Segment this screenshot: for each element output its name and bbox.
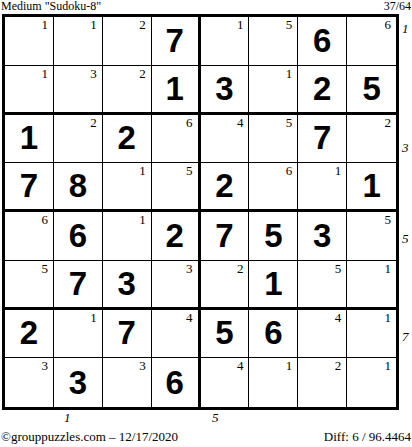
cell-r4c5[interactable]: 2 bbox=[201, 163, 250, 212]
pencil-mark: 1 bbox=[335, 163, 342, 178]
cell-r1c5[interactable]: 1 bbox=[201, 17, 250, 66]
remaining-counter: 37/64 bbox=[384, 0, 411, 13]
pencil-mark: 5 bbox=[286, 17, 293, 32]
cell-r1c6[interactable]: 5 bbox=[249, 17, 298, 66]
big-digit: 7 bbox=[201, 212, 249, 260]
pencil-mark: 3 bbox=[41, 358, 48, 373]
cell-r2c3[interactable]: 2 bbox=[103, 66, 152, 115]
cell-r3c4[interactable]: 6 bbox=[152, 115, 201, 164]
pencil-mark: 1 bbox=[286, 66, 293, 81]
cell-r7c3[interactable]: 7 bbox=[103, 310, 152, 359]
pencil-mark: 1 bbox=[385, 358, 392, 373]
cell-r7c6[interactable]: 6 bbox=[249, 310, 298, 359]
row-label-3: 3 bbox=[402, 141, 412, 155]
cell-r5c2[interactable]: 6 bbox=[54, 212, 103, 261]
pencil-mark: 4 bbox=[186, 310, 193, 325]
cell-r8c4[interactable]: 6 bbox=[152, 358, 201, 407]
cell-r2c5[interactable]: 3 bbox=[201, 66, 250, 115]
cell-r2c6[interactable]: 1 bbox=[249, 66, 298, 115]
pencil-mark: 5 bbox=[335, 261, 342, 276]
cell-r1c4[interactable]: 7 bbox=[152, 17, 201, 66]
big-digit: 3 bbox=[103, 261, 151, 307]
cell-r7c7[interactable]: 4 bbox=[298, 310, 347, 359]
cell-r8c1[interactable]: 3 bbox=[5, 358, 54, 407]
pencil-mark: 4 bbox=[335, 310, 342, 325]
col-label-1: 1 bbox=[64, 411, 71, 425]
cell-r4c8[interactable]: 1 bbox=[347, 163, 396, 212]
cell-r5c5[interactable]: 7 bbox=[201, 212, 250, 261]
pencil-mark: 2 bbox=[90, 115, 97, 130]
big-digit: 7 bbox=[298, 115, 346, 163]
cell-r7c4[interactable]: 4 bbox=[152, 310, 201, 359]
cell-r8c7[interactable]: 2 bbox=[298, 358, 347, 407]
cell-r3c6[interactable]: 5 bbox=[249, 115, 298, 164]
cell-r8c8[interactable]: 1 bbox=[347, 358, 396, 407]
cell-r6c5[interactable]: 2 bbox=[201, 261, 250, 310]
cell-r6c7[interactable]: 5 bbox=[298, 261, 347, 310]
big-digit: 7 bbox=[103, 310, 151, 358]
cell-r6c6[interactable]: 1 bbox=[249, 261, 298, 310]
cell-r3c2[interactable]: 2 bbox=[54, 115, 103, 164]
big-digit: 1 bbox=[5, 115, 53, 163]
pencil-mark: 1 bbox=[237, 17, 244, 32]
big-digit: 3 bbox=[54, 358, 102, 407]
cell-r8c2[interactable]: 3 bbox=[54, 358, 103, 407]
cell-r1c3[interactable]: 2 bbox=[103, 17, 152, 66]
row-label-1: 1 bbox=[402, 22, 412, 36]
pencil-mark: 4 bbox=[237, 115, 244, 130]
cell-r4c4[interactable]: 5 bbox=[152, 163, 201, 212]
pencil-mark: 1 bbox=[385, 310, 392, 325]
cell-r6c8[interactable]: 1 bbox=[347, 261, 396, 310]
cell-r1c2[interactable]: 1 bbox=[54, 17, 103, 66]
cell-r4c1[interactable]: 7 bbox=[5, 163, 54, 212]
row-label-7: 7 bbox=[402, 330, 412, 344]
sudoku-page: Medium "Sudoku-8" 37/64 1127156613213125… bbox=[0, 0, 412, 447]
pencil-mark: 1 bbox=[139, 163, 146, 178]
cell-r5c1[interactable]: 6 bbox=[5, 212, 54, 261]
difficulty-text: Diff: 6 / 96.4464 bbox=[324, 429, 411, 444]
cell-r3c7[interactable]: 7 bbox=[298, 115, 347, 164]
pencil-mark: 6 bbox=[385, 17, 392, 32]
cell-r2c7[interactable]: 2 bbox=[298, 66, 347, 115]
big-digit: 1 bbox=[249, 261, 297, 307]
page-title: Medium "Sudoku-8" bbox=[1, 0, 101, 13]
pencil-mark: 5 bbox=[41, 261, 48, 276]
big-digit: 7 bbox=[5, 163, 53, 209]
pencil-mark: 5 bbox=[385, 212, 392, 227]
cell-r1c7[interactable]: 6 bbox=[298, 17, 347, 66]
pencil-mark: 6 bbox=[41, 212, 48, 227]
cell-r7c8[interactable]: 1 bbox=[347, 310, 396, 359]
cell-r5c6[interactable]: 5 bbox=[249, 212, 298, 261]
big-digit: 5 bbox=[249, 212, 297, 260]
cell-r8c3[interactable]: 3 bbox=[103, 358, 152, 407]
pencil-mark: 3 bbox=[139, 358, 146, 373]
cell-r5c7[interactable]: 3 bbox=[298, 212, 347, 261]
big-digit: 2 bbox=[298, 66, 346, 112]
big-digit: 1 bbox=[152, 66, 198, 112]
cell-r2c2[interactable]: 3 bbox=[54, 66, 103, 115]
big-digit: 8 bbox=[54, 163, 102, 209]
pencil-mark: 1 bbox=[41, 66, 48, 81]
cell-r4c6[interactable]: 6 bbox=[249, 163, 298, 212]
cell-r1c1[interactable]: 1 bbox=[5, 17, 54, 66]
big-digit: 7 bbox=[54, 261, 102, 307]
cell-r4c7[interactable]: 1 bbox=[298, 163, 347, 212]
pencil-mark: 2 bbox=[139, 66, 146, 81]
cell-r5c3[interactable]: 1 bbox=[103, 212, 152, 261]
big-digit: 2 bbox=[152, 212, 198, 260]
cell-r7c1[interactable]: 2 bbox=[5, 310, 54, 359]
big-digit: 5 bbox=[347, 66, 396, 112]
big-digit: 3 bbox=[298, 212, 346, 260]
big-digit: 6 bbox=[249, 310, 297, 358]
cell-r7c5[interactable]: 5 bbox=[201, 310, 250, 359]
pencil-mark: 5 bbox=[286, 115, 293, 130]
cell-r3c1[interactable]: 1 bbox=[5, 115, 54, 164]
pencil-mark: 2 bbox=[385, 115, 392, 130]
pencil-mark: 2 bbox=[335, 358, 342, 373]
cell-r7c2[interactable]: 1 bbox=[54, 310, 103, 359]
big-digit: 5 bbox=[201, 310, 249, 358]
cell-r1c8[interactable]: 6 bbox=[347, 17, 396, 66]
cell-r4c3[interactable]: 1 bbox=[103, 163, 152, 212]
pencil-mark: 6 bbox=[286, 163, 293, 178]
big-digit: 2 bbox=[5, 310, 53, 358]
pencil-mark: 2 bbox=[237, 261, 244, 276]
cell-r2c8[interactable]: 5 bbox=[347, 66, 396, 115]
pencil-mark: 1 bbox=[90, 17, 97, 32]
cell-r3c8[interactable]: 2 bbox=[347, 115, 396, 164]
big-digit: 1 bbox=[347, 163, 396, 209]
pencil-mark: 1 bbox=[139, 212, 146, 227]
cell-r2c1[interactable]: 1 bbox=[5, 66, 54, 115]
big-digit: 6 bbox=[298, 17, 346, 65]
cell-r2c4[interactable]: 1 bbox=[152, 66, 201, 115]
pencil-mark: 5 bbox=[186, 163, 193, 178]
cell-r6c3[interactable]: 3 bbox=[103, 261, 152, 310]
pencil-mark: 6 bbox=[186, 115, 193, 130]
cell-r3c5[interactable]: 4 bbox=[201, 115, 250, 164]
cell-r5c4[interactable]: 2 bbox=[152, 212, 201, 261]
big-digit: 2 bbox=[201, 163, 249, 209]
big-digit: 2 bbox=[103, 115, 151, 163]
pencil-mark: 2 bbox=[139, 17, 146, 32]
cell-r8c5[interactable]: 4 bbox=[201, 358, 250, 407]
big-digit: 6 bbox=[54, 212, 102, 260]
pencil-mark: 4 bbox=[237, 358, 244, 373]
pencil-mark: 1 bbox=[90, 310, 97, 325]
pencil-mark: 3 bbox=[90, 66, 97, 81]
row-label-5: 5 bbox=[402, 232, 412, 246]
pencil-mark: 1 bbox=[385, 261, 392, 276]
cell-r5c8[interactable]: 5 bbox=[347, 212, 396, 261]
big-digit: 7 bbox=[152, 17, 198, 65]
header: Medium "Sudoku-8" 37/64 bbox=[1, 0, 411, 13]
pencil-mark: 3 bbox=[186, 261, 193, 276]
big-digit: 6 bbox=[152, 358, 198, 407]
pencil-mark: 1 bbox=[286, 358, 293, 373]
big-digit: 3 bbox=[201, 66, 249, 112]
cell-r6c2[interactable]: 7 bbox=[54, 261, 103, 310]
cell-r3c3[interactable]: 2 bbox=[103, 115, 152, 164]
sudoku-board[interactable]: 1127156613213125122645727815261166127535… bbox=[2, 14, 399, 410]
cell-r8c6[interactable]: 1 bbox=[249, 358, 298, 407]
col-label-5: 5 bbox=[212, 411, 219, 425]
cell-r6c1[interactable]: 5 bbox=[5, 261, 54, 310]
pencil-mark: 1 bbox=[41, 17, 48, 32]
copyright-text: ©grouppuzzles.com – 12/17/2020 bbox=[1, 429, 178, 444]
cell-r4c2[interactable]: 8 bbox=[54, 163, 103, 212]
cell-r6c4[interactable]: 3 bbox=[152, 261, 201, 310]
footer: ©grouppuzzles.com – 12/17/2020 Diff: 6 /… bbox=[1, 429, 411, 445]
